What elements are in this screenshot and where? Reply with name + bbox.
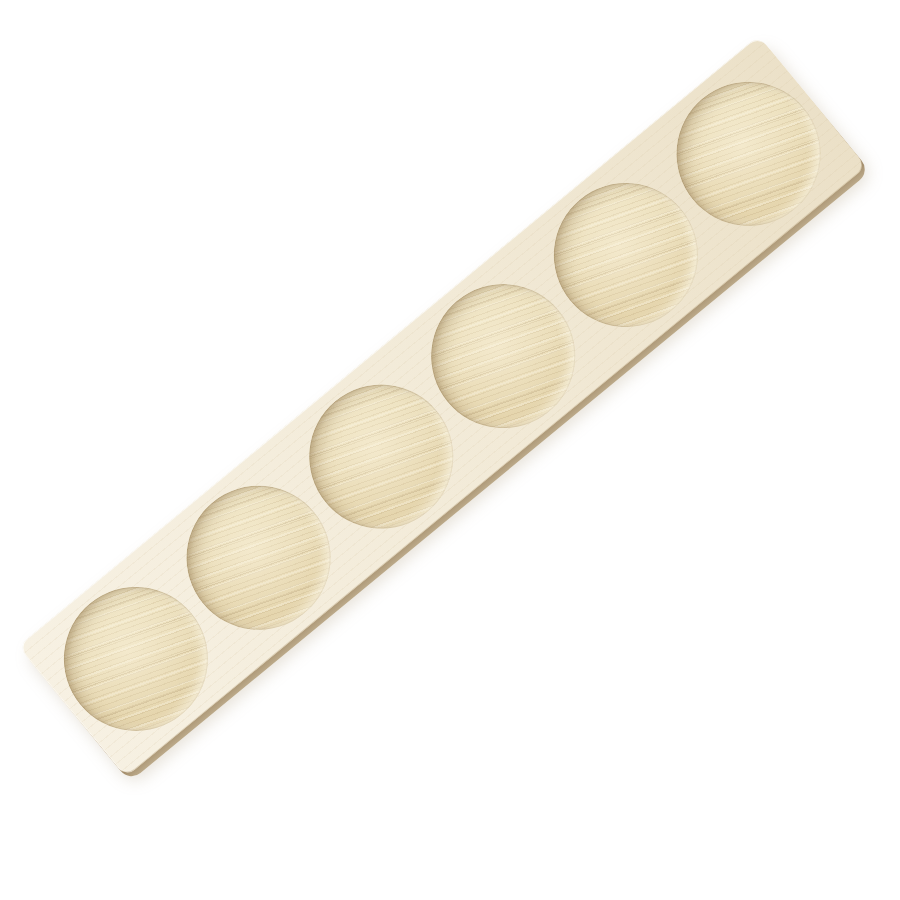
board-surface [18,35,867,777]
photo-background [0,0,900,900]
pit-grid [18,35,867,777]
mancala-board [22,40,871,782]
